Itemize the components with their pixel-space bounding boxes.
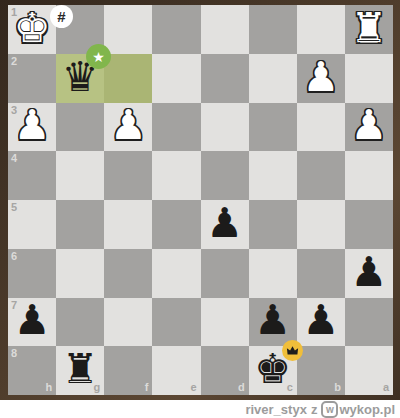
square-e5[interactable]	[152, 200, 200, 249]
square-a3[interactable]: ♟	[345, 103, 393, 152]
square-g7[interactable]	[56, 298, 104, 347]
square-e4[interactable]	[152, 151, 200, 200]
square-h2[interactable]: 2	[8, 54, 56, 103]
watermark-separator: z	[311, 402, 318, 417]
star-icon: ★	[92, 49, 105, 65]
square-h1[interactable]: 1♚	[8, 5, 56, 54]
square-b4[interactable]	[297, 151, 345, 200]
square-c7[interactable]: ♟	[249, 298, 297, 347]
rank-label-6: 6	[11, 251, 17, 262]
square-h5[interactable]: 5	[8, 200, 56, 249]
crown-icon	[286, 345, 299, 356]
square-g8[interactable]: g♜	[56, 346, 104, 395]
chess-board: # ★ 1♚♜2♛♟3♟♟♟45♟6♟7♟♟♟8hg♜fedc♚ba	[8, 5, 393, 395]
square-f3[interactable]: ♟	[104, 103, 152, 152]
square-h4[interactable]: 4	[8, 151, 56, 200]
square-a1[interactable]: ♜	[345, 5, 393, 54]
checkmate-hash-icon: #	[57, 8, 65, 25]
piece-white-rook-a1[interactable]: ♜	[351, 8, 388, 49]
square-a4[interactable]	[345, 151, 393, 200]
piece-black-pawn-c7[interactable]: ♟	[254, 300, 291, 341]
piece-white-king-h1[interactable]: ♚	[14, 8, 51, 49]
board-frame: # ★ 1♚♜2♛♟3♟♟♟45♟6♟7♟♟♟8hg♜fedc♚ba	[0, 0, 400, 400]
square-g6[interactable]	[56, 249, 104, 298]
square-c4[interactable]	[249, 151, 297, 200]
square-b8[interactable]: b	[297, 346, 345, 395]
square-g5[interactable]	[56, 200, 104, 249]
square-d6[interactable]	[201, 249, 249, 298]
square-b6[interactable]	[297, 249, 345, 298]
piece-black-pawn-a6[interactable]: ♟	[351, 252, 388, 293]
square-a8[interactable]: a	[345, 346, 393, 395]
piece-black-rook-g8[interactable]: ♜	[62, 349, 99, 390]
square-b5[interactable]	[297, 200, 345, 249]
file-label-e: e	[190, 382, 196, 393]
square-e7[interactable]	[152, 298, 200, 347]
square-c5[interactable]	[249, 200, 297, 249]
square-f1[interactable]	[104, 5, 152, 54]
square-f7[interactable]	[104, 298, 152, 347]
square-c6[interactable]	[249, 249, 297, 298]
piece-black-pawn-b7[interactable]: ♟	[302, 300, 339, 341]
best-move-star-badge: ★	[86, 44, 111, 69]
rank-label-2: 2	[11, 56, 17, 67]
square-b1[interactable]	[297, 5, 345, 54]
square-f8[interactable]: f	[104, 346, 152, 395]
square-d5[interactable]: ♟	[201, 200, 249, 249]
square-h3[interactable]: 3♟	[8, 103, 56, 152]
square-h8[interactable]: 8h	[8, 346, 56, 395]
piece-white-pawn-a3[interactable]: ♟	[351, 105, 388, 146]
square-h7[interactable]: 7♟	[8, 298, 56, 347]
wykop-logo-icon: w	[321, 401, 338, 418]
square-e8[interactable]: e	[152, 346, 200, 395]
square-d4[interactable]	[201, 151, 249, 200]
piece-white-pawn-b2[interactable]: ♟	[302, 57, 339, 98]
file-label-d: d	[238, 382, 245, 393]
file-label-a: a	[383, 382, 389, 393]
piece-black-pawn-d5[interactable]: ♟	[206, 203, 243, 244]
file-label-f: f	[145, 382, 149, 393]
square-f6[interactable]	[104, 249, 152, 298]
winner-crown-badge	[282, 340, 303, 361]
piece-black-pawn-h7[interactable]: ♟	[14, 300, 51, 341]
square-g4[interactable]	[56, 151, 104, 200]
watermark-author: river_styx	[245, 402, 306, 417]
square-d7[interactable]	[201, 298, 249, 347]
square-c2[interactable]	[249, 54, 297, 103]
checkmate-badge: #	[50, 5, 73, 28]
piece-white-pawn-f3[interactable]: ♟	[110, 105, 147, 146]
square-b7[interactable]: ♟	[297, 298, 345, 347]
square-e6[interactable]	[152, 249, 200, 298]
square-d3[interactable]	[201, 103, 249, 152]
square-g3[interactable]	[56, 103, 104, 152]
square-a2[interactable]	[345, 54, 393, 103]
square-a5[interactable]	[345, 200, 393, 249]
square-b2[interactable]: ♟	[297, 54, 345, 103]
square-c3[interactable]	[249, 103, 297, 152]
square-a6[interactable]: ♟	[345, 249, 393, 298]
rank-label-4: 4	[11, 153, 17, 164]
rank-label-8: 8	[11, 348, 17, 359]
square-f2[interactable]	[104, 54, 152, 103]
square-f5[interactable]	[104, 200, 152, 249]
square-a7[interactable]	[345, 298, 393, 347]
piece-white-pawn-h3[interactable]: ♟	[14, 105, 51, 146]
square-b3[interactable]	[297, 103, 345, 152]
square-d2[interactable]	[201, 54, 249, 103]
file-label-b: b	[334, 382, 341, 393]
square-d1[interactable]	[201, 5, 249, 54]
square-d8[interactable]: d	[201, 346, 249, 395]
square-h6[interactable]: 6	[8, 249, 56, 298]
square-e2[interactable]	[152, 54, 200, 103]
square-e3[interactable]	[152, 103, 200, 152]
rank-label-5: 5	[11, 202, 17, 213]
square-e1[interactable]	[152, 5, 200, 54]
watermark-bar: river_styx z w wykop.pl	[0, 400, 400, 418]
square-f4[interactable]	[104, 151, 152, 200]
square-c1[interactable]	[249, 5, 297, 54]
file-label-h: h	[45, 382, 52, 393]
watermark-site: wykop.pl	[339, 402, 395, 417]
